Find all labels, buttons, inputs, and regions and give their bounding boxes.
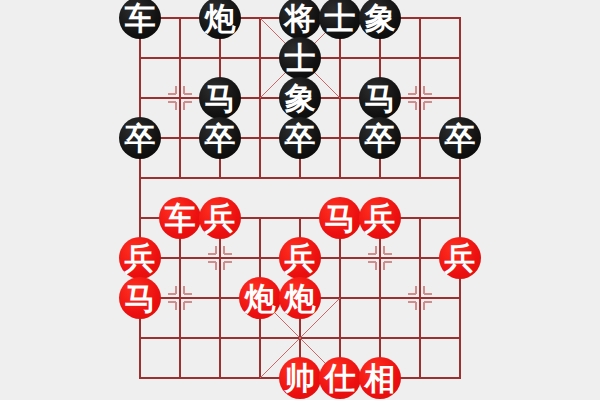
piece-black-advisor[interactable]: 士	[319, 0, 361, 39]
piece-black-cannon[interactable]: 炮	[199, 0, 241, 39]
piece-red-pawn[interactable]: 兵	[199, 197, 241, 239]
piece-red-pawn[interactable]: 兵	[359, 197, 401, 239]
piece-red-elephant[interactable]: 相	[359, 357, 401, 399]
xiangqi-board: 车炮将士象士马象马卒卒卒卒卒车兵马兵兵兵兵马炮炮帅仕相	[0, 0, 600, 400]
piece-black-advisor[interactable]: 士	[279, 37, 321, 79]
piece-black-pawn[interactable]: 卒	[199, 117, 241, 159]
piece-black-elephant[interactable]: 象	[279, 77, 321, 119]
piece-red-pawn[interactable]: 兵	[279, 237, 321, 279]
piece-black-pawn[interactable]: 卒	[359, 117, 401, 159]
piece-red-pawn[interactable]: 兵	[119, 237, 161, 279]
piece-black-general[interactable]: 将	[279, 0, 321, 39]
piece-black-horse[interactable]: 马	[199, 77, 241, 119]
piece-red-general[interactable]: 帅	[279, 357, 321, 399]
piece-red-advisor[interactable]: 仕	[319, 357, 361, 399]
piece-red-pawn[interactable]: 兵	[439, 237, 481, 279]
piece-red-horse[interactable]: 马	[319, 197, 361, 239]
piece-red-cannon[interactable]: 炮	[239, 277, 281, 319]
piece-black-pawn[interactable]: 卒	[279, 117, 321, 159]
pieces-layer: 车炮将士象士马象马卒卒卒卒卒车兵马兵兵兵兵马炮炮帅仕相	[0, 0, 600, 400]
piece-black-horse[interactable]: 马	[359, 77, 401, 119]
piece-black-pawn[interactable]: 卒	[119, 117, 161, 159]
piece-black-elephant[interactable]: 象	[359, 0, 401, 39]
piece-black-chariot[interactable]: 车	[119, 0, 161, 39]
piece-red-chariot[interactable]: 车	[159, 197, 201, 239]
piece-red-cannon[interactable]: 炮	[279, 277, 321, 319]
piece-black-pawn[interactable]: 卒	[439, 117, 481, 159]
piece-red-horse[interactable]: 马	[119, 277, 161, 319]
